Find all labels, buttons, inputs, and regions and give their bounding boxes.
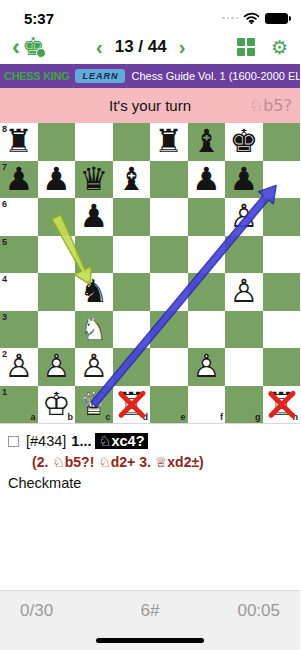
square-a4[interactable]: 4 (0, 273, 38, 311)
square-c2[interactable]: ♟♙ (75, 348, 113, 386)
status-bar: 5:37 (0, 0, 300, 30)
battery-icon (265, 13, 288, 24)
square-g6[interactable]: ♟♙ (225, 198, 263, 236)
piece-wp-c2[interactable]: ♟♙ (75, 348, 113, 386)
square-b5[interactable] (38, 236, 76, 274)
square-g8[interactable]: ♚ (225, 123, 263, 161)
square-a7[interactable]: 7♟ (0, 161, 38, 199)
square-f3[interactable] (188, 311, 226, 349)
file-label-f: f (220, 412, 223, 422)
piece-wp-f2[interactable]: ♟♙ (188, 348, 226, 386)
square-b1[interactable]: b♚♔ (38, 386, 76, 424)
square-b8[interactable] (38, 123, 76, 161)
bottom-status-bar: 0/30 00:05 6# (0, 590, 300, 650)
file-label-e: e (180, 412, 185, 422)
file-label-g: g (255, 412, 261, 422)
piece-bb-d7[interactable]: ♝ (113, 161, 151, 199)
piece-br-e8[interactable]: ♜ (150, 123, 188, 161)
rank-label-4: 4 (2, 274, 7, 284)
square-h3[interactable] (263, 311, 301, 349)
piece-wp-g4[interactable]: ♟♙ (225, 273, 263, 311)
square-b2[interactable]: ♟♙ (38, 348, 76, 386)
square-e5[interactable] (150, 236, 188, 274)
square-d7[interactable]: ♝ (113, 161, 151, 199)
rank-label-6: 6 (2, 199, 7, 209)
piece-bq-c7[interactable]: ♛ (75, 161, 113, 199)
square-c6[interactable]: ♟ (75, 198, 113, 236)
square-f1[interactable]: f (188, 386, 226, 424)
move-number: 1... (71, 433, 91, 449)
rank-label-7: 7 (2, 162, 7, 172)
square-f7[interactable]: ♟ (188, 161, 226, 199)
square-g5[interactable] (225, 236, 263, 274)
piece-bp-g7[interactable]: ♟ (225, 161, 263, 199)
status-icons (222, 12, 288, 24)
played-move-highlighted[interactable]: ♘xc4? (95, 433, 147, 449)
piece-bk-g8[interactable]: ♚ (225, 123, 263, 161)
square-e2[interactable] (150, 348, 188, 386)
puzzle-pager: ‹ 13 / 44 › (96, 35, 185, 59)
piece-wp-b2[interactable]: ♟♙ (38, 348, 76, 386)
square-f5[interactable] (188, 236, 226, 274)
square-b7[interactable]: ♟ (38, 161, 76, 199)
square-e1[interactable]: e (150, 386, 188, 424)
brand-bar: CHESS KING LEARN Chess Guide Vol. 1 (160… (0, 64, 300, 88)
square-a3[interactable]: 3 (0, 311, 38, 349)
clock-time: 5:37 (24, 10, 54, 27)
square-a6[interactable]: 6 (0, 198, 38, 236)
file-label-d: d (143, 412, 149, 422)
annotation-panel: [#434] 1... ♘xc4? (2. ♘b5?! ♘d2+ 3. ♕xd2… (0, 423, 300, 491)
square-c3[interactable]: ♞♘ (75, 311, 113, 349)
back-chevron-icon[interactable]: ‹ (12, 35, 20, 59)
square-a8[interactable]: 8♜ (0, 123, 38, 161)
piece-bp-f7[interactable]: ♟ (188, 161, 226, 199)
square-a5[interactable]: 5 (0, 236, 38, 274)
square-a2[interactable]: 2♟♙ (0, 348, 38, 386)
square-c5[interactable] (75, 236, 113, 274)
rank-label-1: 1 (2, 387, 7, 397)
square-f6[interactable] (188, 198, 226, 236)
square-g1[interactable]: g (225, 386, 263, 424)
square-a1[interactable]: 1a (0, 386, 38, 424)
square-e7[interactable] (150, 161, 188, 199)
chess-board: 8♜♜♝♚7♟♟♛♝♟♟6♟♟♙54♞♟♙3♞♘2♟♙♟♙♟♙♟♙1ab♚♔c♛… (0, 123, 300, 423)
square-e8[interactable]: ♜ (150, 123, 188, 161)
puzzle-grid-button[interactable] (237, 38, 255, 56)
chess-king-logo-icon[interactable]: ♚ (22, 34, 44, 60)
square-c7[interactable]: ♛ (75, 161, 113, 199)
turn-banner: It's your turn ♘b5? (0, 88, 300, 123)
square-e6[interactable] (150, 198, 188, 236)
square-f8[interactable]: ♝ (188, 123, 226, 161)
file-label-a: a (30, 412, 35, 422)
settings-gear-button[interactable]: ⚙ (271, 37, 288, 57)
square-h7[interactable] (263, 161, 301, 199)
square-d1[interactable]: d♜♖ (113, 386, 151, 424)
square-h8[interactable] (263, 123, 301, 161)
file-label-h: h (293, 412, 299, 422)
variation-line: (2. ♘b5?! ♘d2+ 3. ♕xd2±) (32, 454, 292, 470)
piece-wn-c3[interactable]: ♞♘ (75, 311, 113, 349)
rank-label-8: 8 (2, 124, 7, 134)
hint-move[interactable]: ♘b5? (249, 88, 292, 123)
problem-type: 6# (0, 601, 300, 621)
back-home-button[interactable]: ‹ ♚ (12, 34, 44, 60)
square-e3[interactable] (150, 311, 188, 349)
rank-label-3: 3 (2, 312, 7, 322)
previous-puzzle-button[interactable]: ‹ (96, 35, 103, 59)
cellular-signal-icon (222, 17, 238, 20)
square-h2[interactable] (263, 348, 301, 386)
rank-label-5: 5 (2, 237, 7, 247)
square-f2[interactable]: ♟♙ (188, 348, 226, 386)
file-label-c: c (105, 412, 110, 422)
square-d8[interactable] (113, 123, 151, 161)
square-h5[interactable] (263, 236, 301, 274)
next-puzzle-button[interactable]: › (179, 35, 186, 59)
nav-actions: ⚙ (237, 37, 288, 57)
square-d5[interactable] (113, 236, 151, 274)
spacer (0, 491, 300, 590)
puzzle-counter: 13 / 44 (115, 37, 167, 57)
move-checkbox[interactable] (8, 436, 19, 447)
square-h6[interactable] (263, 198, 301, 236)
square-g3[interactable] (225, 311, 263, 349)
square-g4[interactable]: ♟♙ (225, 273, 263, 311)
square-b3[interactable] (38, 311, 76, 349)
course-title: Chess Guide Vol. 1 (1600-2000 ELO) (131, 70, 300, 82)
learn-badge[interactable]: LEARN (75, 69, 125, 83)
square-b4[interactable] (38, 273, 76, 311)
square-e4[interactable] (150, 273, 188, 311)
square-c8[interactable] (75, 123, 113, 161)
result-text: Checkmate (8, 475, 292, 491)
file-label-b: b (68, 412, 74, 422)
piece-bp-b7[interactable]: ♟ (38, 161, 76, 199)
square-g7[interactable]: ♟ (225, 161, 263, 199)
piece-wp-g6[interactable]: ♟♙ (225, 198, 263, 236)
wifi-icon (243, 12, 260, 24)
piece-bb-f8[interactable]: ♝ (188, 123, 226, 161)
board-grid: 8♜♜♝♚7♟♟♛♝♟♟6♟♟♙54♞♟♙3♞♘2♟♙♟♙♟♙♟♙1ab♚♔c♛… (0, 123, 300, 423)
square-d2[interactable] (113, 348, 151, 386)
app-screen: 5:37 ‹ ♚ ‹ 13 / 44 › ⚙ CHESS KING (0, 0, 300, 650)
piece-bn-c4[interactable]: ♞ (75, 273, 113, 311)
square-g2[interactable] (225, 348, 263, 386)
square-c4[interactable]: ♞ (75, 273, 113, 311)
puzzle-id: [#434] (26, 433, 66, 449)
square-d6[interactable] (113, 198, 151, 236)
square-h1[interactable]: h♜♖ (263, 386, 301, 424)
square-f4[interactable] (188, 273, 226, 311)
square-d3[interactable] (113, 311, 151, 349)
home-indicator[interactable] (96, 638, 204, 643)
square-d4[interactable] (113, 273, 151, 311)
square-h4[interactable] (263, 273, 301, 311)
chess-king-brand: CHESS KING (4, 70, 69, 82)
square-c1[interactable]: c♛♕ (75, 386, 113, 424)
piece-bp-c6[interactable]: ♟ (75, 198, 113, 236)
navigation-bar: ‹ ♚ ‹ 13 / 44 › ⚙ (0, 30, 300, 64)
move-line: [#434] 1... ♘xc4? (8, 433, 292, 449)
rank-label-2: 2 (2, 349, 7, 359)
square-b6[interactable] (38, 198, 76, 236)
